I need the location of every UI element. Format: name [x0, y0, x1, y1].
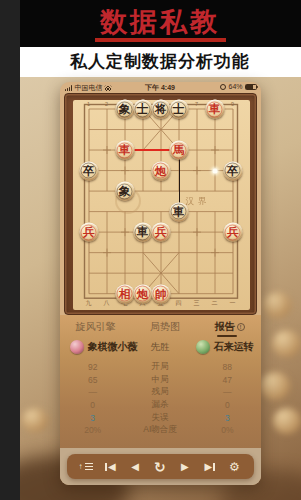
right-stat-value: 47	[194, 375, 260, 385]
piece-black-pawn[interactable]: 卒	[223, 161, 242, 180]
right-player-avatar[interactable]	[196, 340, 210, 354]
photo-chess-piece	[22, 408, 48, 432]
skip-end-icon[interactable]: ▶	[202, 461, 218, 472]
left-stat-value[interactable]: 3	[60, 413, 126, 423]
piece-black-chariot[interactable]: 車	[133, 223, 152, 242]
right-stat-value: 0%	[194, 425, 260, 435]
photo-chess-piece	[272, 330, 301, 357]
origin-dot-marker	[212, 168, 217, 173]
skip-start-icon[interactable]: ◀	[102, 461, 118, 472]
stat-row: 3失误3	[60, 411, 261, 424]
left-player-avatar[interactable]	[70, 340, 84, 354]
flip-refresh-icon[interactable]: ↻	[152, 459, 168, 475]
playback-toolbar: ↑◀◀↻▶▶⚙	[67, 454, 254, 479]
piece-red-pawn[interactable]: 兵	[79, 223, 98, 242]
moves-list-icon[interactable]: ↑	[78, 462, 94, 471]
stat-label: 中局	[126, 374, 194, 386]
stats-table: 92开局8865中局47—残局—0漏杀03失误320%AI吻合度0%	[60, 361, 261, 437]
step-forward-icon[interactable]: ▶	[177, 461, 193, 472]
right-player-name: 石来运转	[214, 340, 254, 354]
right-stat-value: 88	[194, 362, 260, 372]
stat-label: AI吻合度	[126, 424, 194, 436]
piece-black-advisor[interactable]: 士	[133, 100, 152, 119]
battery-percent: 64%	[228, 83, 242, 90]
piece-black-chariot[interactable]: 車	[169, 202, 188, 221]
piece-black-elephant[interactable]: 象	[115, 182, 134, 201]
river-label: 汉界	[186, 196, 211, 208]
right-stat-value: 0	[194, 400, 260, 410]
stat-label: 失误	[126, 412, 194, 424]
tab-label: 局势图	[150, 320, 180, 334]
piece-black-general[interactable]: 将	[151, 100, 170, 119]
piece-red-horse[interactable]: 馬	[169, 141, 188, 160]
promo-title: 数据私教	[20, 4, 301, 40]
tab-label: 报告	[215, 320, 235, 334]
file-label: 1	[87, 101, 90, 107]
piece-red-pawn[interactable]: 兵	[151, 223, 170, 242]
stat-row: 0漏杀0	[60, 399, 261, 412]
piece-black-pawn[interactable]: 卒	[79, 161, 98, 180]
promo-subtitle: 私人定制数据分析功能	[20, 50, 301, 73]
board-frame: 123456789 九八七六五四三二一 汉界 象士将士車車馬卒炮卒象車兵車兵兵相…	[64, 93, 257, 315]
players-row: 象棋微小薇 先胜 石来运转	[60, 336, 261, 358]
phone-screenshot: 中国电信 下午 4:49 64% 123456789 九八七六五四三二一 汉界 …	[60, 82, 261, 485]
left-stat-value: 20%	[60, 425, 126, 435]
step-back-icon[interactable]: ◀	[127, 461, 143, 472]
file-label: 2	[105, 101, 108, 107]
left-player-name: 象棋微小薇	[88, 340, 138, 354]
file-label: 四	[176, 299, 182, 308]
file-label: 八	[104, 299, 110, 308]
battery-icon	[245, 84, 257, 90]
title-underline	[95, 38, 226, 42]
left-stat-value: 65	[60, 375, 126, 385]
photo-chess-piece	[260, 372, 290, 400]
status-bar: 中国电信 下午 4:49 64%	[60, 82, 261, 93]
left-stat-value: 0	[60, 400, 126, 410]
analysis-panel: 旋风引擎局势图报告! 象棋微小薇 先胜 石来运转 92开局8865中局47—残局…	[60, 315, 261, 448]
stat-row: 20%AI吻合度0%	[60, 424, 261, 437]
left-stat-value: 92	[60, 362, 126, 372]
piece-black-elephant[interactable]: 象	[115, 100, 134, 119]
piece-red-pawn[interactable]: 兵	[223, 223, 242, 242]
screenshot-root: 数据私教 私人定制数据分析功能 中国电信 下午 4:49 64% 1234567…	[20, 0, 301, 500]
tab-situation-map[interactable]: 局势图	[150, 320, 180, 334]
stat-row: —残局—	[60, 386, 261, 399]
settings-icon[interactable]: ⚙	[226, 460, 242, 474]
right-stat-value: —	[194, 387, 260, 397]
piece-red-cannon[interactable]: 炮	[133, 284, 152, 303]
tab-engine[interactable]: 旋风引擎	[76, 320, 116, 334]
file-label: 九	[86, 299, 92, 308]
left-stat-value: —	[60, 387, 126, 397]
tab-report[interactable]: 报告!	[215, 320, 245, 334]
file-label: 9	[231, 101, 234, 107]
piece-red-cannon[interactable]: 炮	[151, 161, 170, 180]
piece-red-chariot[interactable]: 車	[115, 141, 134, 160]
piece-red-elephant[interactable]: 相	[115, 284, 134, 303]
file-label: 三	[194, 299, 200, 308]
xiangqi-board[interactable]: 123456789 九八七六五四三二一 汉界 象士将士車車馬卒炮卒象車兵車兵兵相…	[73, 100, 250, 310]
file-label: 一	[230, 299, 236, 308]
piece-red-chariot[interactable]: 車	[205, 100, 224, 119]
stat-label: 开局	[126, 361, 194, 373]
piece-red-general[interactable]: 帥	[151, 284, 170, 303]
file-label: 二	[212, 299, 218, 308]
stat-label: 残局	[126, 386, 194, 398]
match-result: 先胜	[151, 341, 170, 354]
stat-label: 漏杀	[126, 399, 194, 411]
orientation-lock-icon	[220, 84, 226, 90]
file-label: 7	[195, 101, 198, 107]
tab-label: 旋风引擎	[76, 320, 116, 334]
photo-chess-piece	[263, 292, 291, 318]
piece-black-advisor[interactable]: 士	[169, 100, 188, 119]
right-stat-value[interactable]: 3	[194, 413, 260, 423]
photo-chess-piece	[273, 408, 301, 434]
stat-row: 92开局88	[60, 361, 261, 374]
tab-bar: 旋风引擎局势图报告!	[60, 318, 261, 335]
stat-row: 65中局47	[60, 374, 261, 387]
info-badge-icon: !	[237, 323, 245, 331]
